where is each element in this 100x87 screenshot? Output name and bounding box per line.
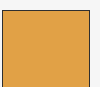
column-coordinates-strip [0,0,88,10]
go-board[interactable] [2,10,90,87]
go-problem-diagram [0,0,100,87]
